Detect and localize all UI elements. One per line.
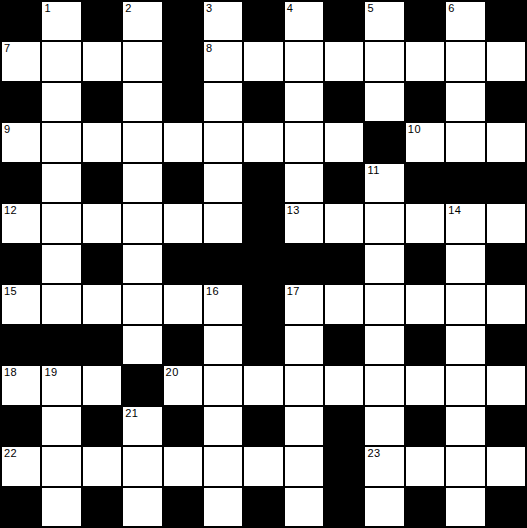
black-square-r12c4 [164,488,202,526]
cell-r5c8[interactable] [325,204,363,242]
black-square-r10c6 [244,407,282,445]
clue-number: 19 [44,367,57,378]
cell-r10c1[interactable] [42,407,80,445]
black-square-r6c6 [244,245,282,283]
cell-r2c5[interactable] [204,83,242,121]
cell-r3c10[interactable]: 10 [406,123,444,161]
cell-r1c12[interactable] [487,42,525,80]
black-square-r11c8 [325,447,363,485]
black-square-r12c2 [83,488,121,526]
black-square-r9c3 [123,366,161,404]
cell-r1c3[interactable] [123,42,161,80]
cell-r8c9[interactable] [365,326,403,364]
black-square-r0c8 [325,2,363,40]
black-square-r10c0 [2,407,40,445]
black-square-r12c8 [325,488,363,526]
black-square-r2c10 [406,83,444,121]
cell-r11c6[interactable] [244,447,282,485]
black-square-r0c12 [487,2,525,40]
cell-r9c6[interactable] [244,366,282,404]
cell-r10c9[interactable] [365,407,403,445]
cell-r2c3[interactable] [123,83,161,121]
black-square-r6c2 [83,245,121,283]
clue-number: 8 [206,43,213,54]
clue-number: 9 [4,124,11,135]
cell-r1c9[interactable] [365,42,403,80]
cell-r9c9[interactable] [365,366,403,404]
cell-r3c7[interactable] [285,123,323,161]
cell-r5c9[interactable] [365,204,403,242]
clue-number: 18 [4,367,17,378]
cell-r6c3[interactable] [123,245,161,283]
black-square-r12c10 [406,488,444,526]
cell-r9c8[interactable] [325,366,363,404]
clue-number: 3 [206,3,213,14]
cell-r3c6[interactable] [244,123,282,161]
black-square-r4c0 [2,164,40,202]
black-square-r6c12 [487,245,525,283]
clue-number: 20 [166,367,179,378]
cell-r3c2[interactable] [83,123,121,161]
black-square-r10c4 [164,407,202,445]
cell-r12c11[interactable] [446,488,484,526]
clue-number: 21 [125,408,138,419]
cell-r1c2[interactable] [83,42,121,80]
clue-number: 4 [287,3,294,14]
cell-r11c11[interactable] [446,447,484,485]
black-square-r6c0 [2,245,40,283]
cell-r0c11[interactable]: 6 [446,2,484,40]
cell-r7c11[interactable] [446,285,484,323]
cell-r5c10[interactable] [406,204,444,242]
cell-r11c0[interactable]: 22 [2,447,40,485]
black-square-r2c12 [487,83,525,121]
black-square-r2c4 [164,83,202,121]
black-square-r0c4 [164,2,202,40]
black-square-r2c0 [2,83,40,121]
black-square-r12c0 [2,488,40,526]
cell-r2c11[interactable] [446,83,484,121]
clue-number: 23 [367,448,380,459]
cell-r9c12[interactable] [487,366,525,404]
cell-r12c7[interactable] [285,488,323,526]
clue-number: 6 [448,3,455,14]
black-square-r0c6 [244,2,282,40]
cell-r3c4[interactable] [164,123,202,161]
cell-r10c7[interactable] [285,407,323,445]
black-square-r5c6 [244,204,282,242]
black-square-r8c12 [487,326,525,364]
black-square-r8c6 [244,326,282,364]
cell-r5c7[interactable]: 13 [285,204,323,242]
cell-r1c11[interactable] [446,42,484,80]
black-square-r8c4 [164,326,202,364]
black-square-r4c12 [487,164,525,202]
cell-r1c0[interactable]: 7 [2,42,40,80]
black-square-r8c10 [406,326,444,364]
cell-r4c1[interactable] [42,164,80,202]
cell-r8c11[interactable] [446,326,484,364]
cell-r9c2[interactable] [83,366,121,404]
black-square-r10c12 [487,407,525,445]
black-square-r6c7 [285,245,323,283]
clue-number: 5 [367,3,374,14]
cell-r5c11[interactable]: 14 [446,204,484,242]
cell-r7c2[interactable] [83,285,121,323]
cell-r6c11[interactable] [446,245,484,283]
black-square-r0c10 [406,2,444,40]
clue-number: 11 [367,165,379,176]
cell-r7c8[interactable] [325,285,363,323]
cell-r11c2[interactable] [83,447,121,485]
cell-r5c5[interactable] [204,204,242,242]
cell-r11c12[interactable] [487,447,525,485]
cell-r7c4[interactable] [164,285,202,323]
clue-number: 1 [44,3,51,14]
cell-r3c0[interactable]: 9 [2,123,40,161]
cell-r11c4[interactable] [164,447,202,485]
cell-r11c5[interactable] [204,447,242,485]
clue-number: 2 [125,3,132,14]
cell-r3c8[interactable] [325,123,363,161]
black-square-r12c6 [244,488,282,526]
cell-r5c1[interactable] [42,204,80,242]
cell-r11c10[interactable] [406,447,444,485]
cell-r7c9[interactable] [365,285,403,323]
cell-r2c7[interactable] [285,83,323,121]
cell-r7c5[interactable]: 16 [204,285,242,323]
cell-r3c11[interactable] [446,123,484,161]
cell-r9c4[interactable]: 20 [164,366,202,404]
black-square-r6c5 [204,245,242,283]
clue-number: 17 [287,286,300,297]
cell-r12c5[interactable] [204,488,242,526]
cell-r12c3[interactable] [123,488,161,526]
black-square-r7c6 [244,285,282,323]
cell-r11c1[interactable] [42,447,80,485]
cell-r0c3[interactable]: 2 [123,2,161,40]
black-square-r2c8 [325,83,363,121]
cell-r6c9[interactable] [365,245,403,283]
cell-r9c11[interactable] [446,366,484,404]
black-square-r1c4 [164,42,202,80]
black-square-r12c12 [487,488,525,526]
cell-r4c5[interactable] [204,164,242,202]
black-square-r4c2 [83,164,121,202]
clue-number: 22 [4,448,17,459]
cell-r9c5[interactable] [204,366,242,404]
cell-r5c3[interactable] [123,204,161,242]
cell-r0c9[interactable]: 5 [365,2,403,40]
black-square-r8c8 [325,326,363,364]
clue-number: 16 [206,286,219,297]
cell-r5c4[interactable] [164,204,202,242]
cell-r7c1[interactable] [42,285,80,323]
cell-r12c9[interactable] [365,488,403,526]
cell-r0c5[interactable]: 3 [204,2,242,40]
cell-r8c5[interactable] [204,326,242,364]
black-square-r8c1 [42,326,80,364]
cell-r4c3[interactable] [123,164,161,202]
cell-r3c1[interactable] [42,123,80,161]
cell-r2c9[interactable] [365,83,403,121]
cell-r1c6[interactable] [244,42,282,80]
cell-r8c3[interactable] [123,326,161,364]
black-square-r10c2 [83,407,121,445]
cell-r1c10[interactable] [406,42,444,80]
clue-number: 7 [4,43,11,54]
cell-r8c7[interactable] [285,326,323,364]
crossword-board: 1234567891011121314151617181920212223 [0,0,527,528]
cell-r7c10[interactable] [406,285,444,323]
cell-r3c12[interactable] [487,123,525,161]
clue-number: 14 [448,205,461,216]
black-square-r10c8 [325,407,363,445]
cell-r5c12[interactable] [487,204,525,242]
cell-r10c11[interactable] [446,407,484,445]
cell-r1c1[interactable] [42,42,80,80]
cell-r10c5[interactable] [204,407,242,445]
cell-r12c1[interactable] [42,488,80,526]
black-square-r8c2 [83,326,121,364]
cell-r7c3[interactable] [123,285,161,323]
clue-number: 13 [287,205,300,216]
black-square-r0c0 [2,2,40,40]
black-square-r4c8 [325,164,363,202]
cell-r5c2[interactable] [83,204,121,242]
cell-r4c9[interactable]: 11 [365,164,403,202]
cell-r11c9[interactable]: 23 [365,447,403,485]
cell-r7c7[interactable]: 17 [285,285,323,323]
black-square-r8c0 [2,326,40,364]
cell-r9c0[interactable]: 18 [2,366,40,404]
cell-r7c12[interactable] [487,285,525,323]
cell-r7c0[interactable]: 15 [2,285,40,323]
black-square-r4c11 [446,164,484,202]
black-square-r0c2 [83,2,121,40]
cell-r10c3[interactable]: 21 [123,407,161,445]
cell-r1c7[interactable] [285,42,323,80]
black-square-r2c6 [244,83,282,121]
cell-r11c7[interactable] [285,447,323,485]
clue-number: 10 [408,124,421,135]
black-square-r4c6 [244,164,282,202]
black-square-r10c10 [406,407,444,445]
black-square-r2c2 [83,83,121,121]
black-square-r4c10 [406,164,444,202]
black-square-r6c8 [325,245,363,283]
black-square-r3c9 [365,123,403,161]
cell-r6c1[interactable] [42,245,80,283]
cell-r2c1[interactable] [42,83,80,121]
cell-r9c1[interactable]: 19 [42,366,80,404]
cell-r3c5[interactable] [204,123,242,161]
cell-r0c7[interactable]: 4 [285,2,323,40]
cell-r4c7[interactable] [285,164,323,202]
cell-r5c0[interactable]: 12 [2,204,40,242]
black-square-r4c4 [164,164,202,202]
clue-number: 15 [4,286,17,297]
cell-r1c5[interactable]: 8 [204,42,242,80]
clue-number: 12 [4,205,17,216]
cell-r9c10[interactable] [406,366,444,404]
black-square-r6c4 [164,245,202,283]
cell-r1c8[interactable] [325,42,363,80]
cell-r11c3[interactable] [123,447,161,485]
black-square-r6c10 [406,245,444,283]
cell-r0c1[interactable]: 1 [42,2,80,40]
cell-r9c7[interactable] [285,366,323,404]
cell-r3c3[interactable] [123,123,161,161]
